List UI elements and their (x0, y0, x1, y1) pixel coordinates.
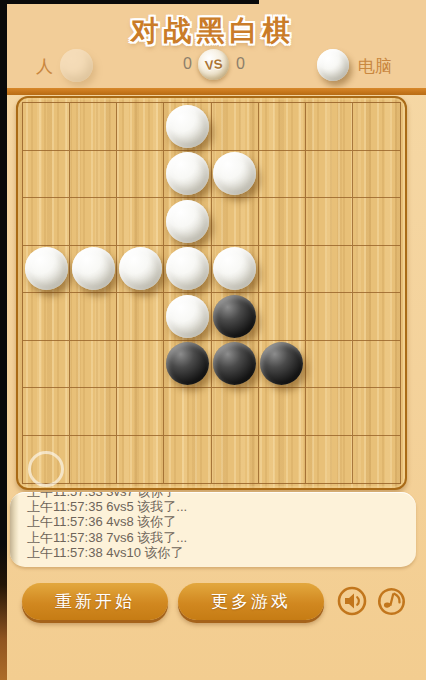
board-cell-r5c5[interactable] (259, 341, 306, 389)
board-cell-r3c0[interactable] (23, 246, 70, 294)
board-cell-r7c6[interactable] (306, 436, 353, 484)
board-cell-r5c3[interactable] (164, 341, 211, 389)
score-bar: 人 0 VS 0 电脑 (0, 48, 426, 82)
board-cell-r3c7[interactable] (353, 246, 400, 294)
white-stone (213, 152, 256, 195)
board-cell-r1c3[interactable] (164, 151, 211, 199)
board-cell-r4c1[interactable] (70, 293, 117, 341)
screen-edge-artifact-top (0, 0, 259, 4)
board-cell-r7c3[interactable] (164, 436, 211, 484)
white-stone (213, 247, 256, 290)
board-cell-r0c3[interactable] (164, 103, 211, 151)
board-cell-r1c7[interactable] (353, 151, 400, 199)
board-cell-r2c6[interactable] (306, 198, 353, 246)
board-cell-r0c1[interactable] (70, 103, 117, 151)
board-cell-r0c0[interactable] (23, 103, 70, 151)
header: 对战黑白棋 人 0 VS 0 电脑 (0, 0, 426, 88)
log-line: 上午11:57:38 7vs6 该我了... (27, 530, 416, 545)
board-cell-r5c6[interactable] (306, 341, 353, 389)
board-cell-r3c3[interactable] (164, 246, 211, 294)
black-stone (166, 342, 209, 385)
more-games-button[interactable]: 更多游戏 (178, 583, 324, 620)
board-cell-r3c2[interactable] (117, 246, 164, 294)
board-cell-r2c1[interactable] (70, 198, 117, 246)
board-cell-r3c1[interactable] (70, 246, 117, 294)
white-stone (25, 247, 68, 290)
human-player-label: 人 (36, 55, 53, 78)
ghost-move-ring (28, 451, 64, 487)
human-stone-icon (60, 49, 93, 82)
restart-button[interactable]: 重新开始 (22, 583, 168, 620)
othello-app-window: 对战黑白棋 人 0 VS 0 电脑 上午11:57:33 3vs7 该你了上午1… (0, 0, 426, 680)
move-log-lines: 上午11:57:33 3vs7 该你了上午11:57:35 6vs5 该我了..… (10, 492, 416, 560)
board-cell-r2c3[interactable] (164, 198, 211, 246)
board-cell-r4c3[interactable] (164, 293, 211, 341)
board-grid (22, 102, 401, 484)
vs-label: VS (204, 56, 223, 73)
board-cell-r3c6[interactable] (306, 246, 353, 294)
board-cell-r5c2[interactable] (117, 341, 164, 389)
board-cell-r2c2[interactable] (117, 198, 164, 246)
board-cell-r1c5[interactable] (259, 151, 306, 199)
board-cell-r4c7[interactable] (353, 293, 400, 341)
board-cell-r7c2[interactable] (117, 436, 164, 484)
board-cell-r5c0[interactable] (23, 341, 70, 389)
speaker-icon (336, 585, 368, 617)
board-cell-r6c3[interactable] (164, 388, 211, 436)
board-cell-r6c5[interactable] (259, 388, 306, 436)
white-stone (166, 247, 209, 290)
music-note-icon (375, 585, 408, 618)
log-line: 上午11:57:33 3vs7 该你了 (27, 492, 416, 499)
black-stone (213, 342, 256, 385)
log-line: 上午11:57:38 4vs10 该你了 (27, 545, 416, 560)
board-cell-r5c1[interactable] (70, 341, 117, 389)
board-cell-r3c4[interactable] (212, 246, 259, 294)
white-stone (119, 247, 162, 290)
board-cell-r6c2[interactable] (117, 388, 164, 436)
board-cell-r2c5[interactable] (259, 198, 306, 246)
board-cell-r7c0[interactable] (23, 436, 70, 484)
white-stone (166, 295, 209, 338)
game-board (16, 96, 407, 490)
white-stone (166, 200, 209, 243)
board-cell-r0c7[interactable] (353, 103, 400, 151)
black-stone (213, 295, 256, 338)
black-stone (260, 342, 303, 385)
board-cell-r2c4[interactable] (212, 198, 259, 246)
app-title: 对战黑白棋 (0, 12, 426, 50)
white-stone (72, 247, 115, 290)
computer-score: 0 (236, 55, 278, 73)
move-log-panel[interactable]: 上午11:57:33 3vs7 该你了上午11:57:35 6vs5 该我了..… (10, 492, 416, 567)
music-toggle-button[interactable] (375, 585, 407, 617)
board-cell-r7c4[interactable] (212, 436, 259, 484)
computer-stone-icon (317, 49, 349, 81)
log-line: 上午11:57:35 6vs5 该我了... (27, 499, 416, 514)
board-cell-r7c1[interactable] (70, 436, 117, 484)
board-cell-r5c4[interactable] (212, 341, 259, 389)
board-cell-r6c6[interactable] (306, 388, 353, 436)
human-score: 0 (150, 55, 192, 73)
board-cell-r4c6[interactable] (306, 293, 353, 341)
board-cell-r6c7[interactable] (353, 388, 400, 436)
board-cell-r0c4[interactable] (212, 103, 259, 151)
board-cell-r1c4[interactable] (212, 151, 259, 199)
board-cell-r6c1[interactable] (70, 388, 117, 436)
board-cell-r0c2[interactable] (117, 103, 164, 151)
board-cell-r4c2[interactable] (117, 293, 164, 341)
board-cell-r4c5[interactable] (259, 293, 306, 341)
board-cell-r1c0[interactable] (23, 151, 70, 199)
board-cell-r1c1[interactable] (70, 151, 117, 199)
board-cell-r1c6[interactable] (306, 151, 353, 199)
board-cell-r0c6[interactable] (306, 103, 353, 151)
board-cell-r7c5[interactable] (259, 436, 306, 484)
white-stone (166, 152, 209, 195)
vs-badge: VS (198, 49, 229, 80)
board-cell-r4c4[interactable] (212, 293, 259, 341)
computer-player-label: 电脑 (358, 55, 392, 78)
white-stone (166, 105, 209, 148)
board-cell-r7c7[interactable] (353, 436, 400, 484)
board-cell-r4c0[interactable] (23, 293, 70, 341)
board-cell-r1c2[interactable] (117, 151, 164, 199)
board-cell-r6c4[interactable] (212, 388, 259, 436)
board-cell-r2c7[interactable] (353, 198, 400, 246)
board-cell-r3c5[interactable] (259, 246, 306, 294)
header-divider (0, 88, 426, 95)
board-cell-r6c0[interactable] (23, 388, 70, 436)
screen-edge-artifact-left (0, 0, 7, 680)
board-cell-r5c7[interactable] (353, 341, 400, 389)
board-cell-r2c0[interactable] (23, 198, 70, 246)
log-line: 上午11:57:36 4vs8 该你了 (27, 514, 416, 529)
sound-toggle-button[interactable] (336, 585, 368, 617)
board-cell-r0c5[interactable] (259, 103, 306, 151)
